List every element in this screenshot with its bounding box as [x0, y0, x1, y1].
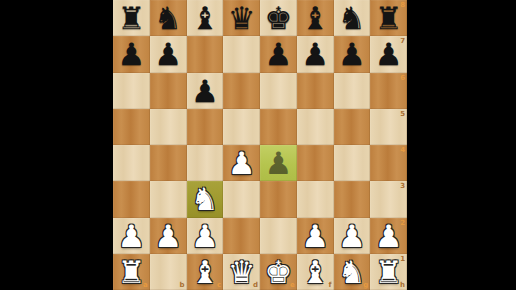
video-frame-background: ♜♞♝♛♚♝♞♜8♟♟♟♟♟♟7♟65♟♟4♞3♟♟♟♟♟♟2♜ab♝c♛d♚e…: [0, 0, 516, 290]
piece-black-pawn[interactable]: ♟: [154, 36, 182, 72]
square-f4[interactable]: [297, 145, 334, 181]
square-f8[interactable]: ♝: [297, 0, 334, 36]
piece-black-pawn[interactable]: ♟: [264, 36, 292, 72]
piece-black-knight[interactable]: ♞: [154, 0, 182, 36]
piece-white-pawn[interactable]: ♟: [338, 218, 366, 254]
piece-white-pawn[interactable]: ♟: [117, 218, 145, 254]
square-a6[interactable]: [113, 73, 150, 109]
square-c3[interactable]: ♞: [187, 181, 224, 217]
piece-black-king[interactable]: ♚: [264, 0, 292, 36]
square-g3[interactable]: [334, 181, 371, 217]
square-g7[interactable]: ♟: [334, 36, 371, 72]
square-g6[interactable]: [334, 73, 371, 109]
square-b4[interactable]: [150, 145, 187, 181]
piece-black-pawn[interactable]: ♟: [264, 145, 292, 181]
square-d8[interactable]: ♛: [223, 0, 260, 36]
square-f5[interactable]: [297, 109, 334, 145]
square-c7[interactable]: [187, 36, 224, 72]
piece-black-pawn[interactable]: ♟: [375, 36, 403, 72]
square-b7[interactable]: ♟: [150, 36, 187, 72]
square-d2[interactable]: [223, 218, 260, 254]
square-h7[interactable]: ♟7: [370, 36, 407, 72]
square-a1[interactable]: ♜a: [113, 254, 150, 290]
square-e6[interactable]: [260, 73, 297, 109]
square-e2[interactable]: [260, 218, 297, 254]
piece-black-knight[interactable]: ♞: [338, 0, 366, 36]
square-e4[interactable]: ♟: [260, 145, 297, 181]
square-h8[interactable]: ♜8: [370, 0, 407, 36]
piece-white-bishop[interactable]: ♝: [191, 254, 219, 290]
square-d6[interactable]: [223, 73, 260, 109]
piece-black-queen[interactable]: ♛: [228, 0, 256, 36]
square-a5[interactable]: [113, 109, 150, 145]
square-f7[interactable]: ♟: [297, 36, 334, 72]
square-a7[interactable]: ♟: [113, 36, 150, 72]
piece-black-pawn[interactable]: ♟: [338, 36, 366, 72]
piece-black-rook[interactable]: ♜: [117, 0, 145, 36]
square-c5[interactable]: [187, 109, 224, 145]
square-b3[interactable]: [150, 181, 187, 217]
square-e7[interactable]: ♟: [260, 36, 297, 72]
piece-white-knight[interactable]: ♞: [338, 254, 366, 290]
piece-white-pawn[interactable]: ♟: [301, 218, 329, 254]
piece-white-pawn[interactable]: ♟: [191, 218, 219, 254]
square-h6[interactable]: 6: [370, 73, 407, 109]
square-g4[interactable]: [334, 145, 371, 181]
piece-black-pawn[interactable]: ♟: [191, 73, 219, 109]
coord-file-b: b: [179, 281, 184, 289]
piece-black-pawn[interactable]: ♟: [117, 36, 145, 72]
square-b6[interactable]: [150, 73, 187, 109]
square-b5[interactable]: [150, 109, 187, 145]
square-d1[interactable]: ♛d: [223, 254, 260, 290]
piece-black-bishop[interactable]: ♝: [191, 0, 219, 36]
square-d7[interactable]: [223, 36, 260, 72]
square-c8[interactable]: ♝: [187, 0, 224, 36]
square-g8[interactable]: ♞: [334, 0, 371, 36]
piece-white-rook[interactable]: ♜: [375, 254, 403, 290]
square-e8[interactable]: ♚: [260, 0, 297, 36]
square-f6[interactable]: [297, 73, 334, 109]
square-h3[interactable]: 3: [370, 181, 407, 217]
square-g1[interactable]: ♞g: [334, 254, 371, 290]
square-e5[interactable]: [260, 109, 297, 145]
square-h2[interactable]: ♟2: [370, 218, 407, 254]
square-a2[interactable]: ♟: [113, 218, 150, 254]
piece-white-king[interactable]: ♚: [264, 254, 292, 290]
square-f1[interactable]: ♝f: [297, 254, 334, 290]
square-g2[interactable]: ♟: [334, 218, 371, 254]
square-c1[interactable]: ♝c: [187, 254, 224, 290]
square-b1[interactable]: b: [150, 254, 187, 290]
coord-rank-5: 5: [400, 110, 405, 118]
square-a4[interactable]: [113, 145, 150, 181]
piece-black-pawn[interactable]: ♟: [301, 36, 329, 72]
square-c6[interactable]: ♟: [187, 73, 224, 109]
piece-black-bishop[interactable]: ♝: [301, 0, 329, 36]
square-h5[interactable]: 5: [370, 109, 407, 145]
square-f3[interactable]: [297, 181, 334, 217]
square-h1[interactable]: ♜1h: [370, 254, 407, 290]
square-e3[interactable]: [260, 181, 297, 217]
square-d3[interactable]: [223, 181, 260, 217]
piece-white-pawn[interactable]: ♟: [375, 218, 403, 254]
square-b2[interactable]: ♟: [150, 218, 187, 254]
coord-rank-6: 6: [400, 74, 405, 82]
square-h4[interactable]: 4: [370, 145, 407, 181]
piece-white-queen[interactable]: ♛: [228, 254, 256, 290]
square-g5[interactable]: [334, 109, 371, 145]
piece-white-pawn[interactable]: ♟: [228, 145, 256, 181]
square-f2[interactable]: ♟: [297, 218, 334, 254]
square-b8[interactable]: ♞: [150, 0, 187, 36]
piece-white-pawn[interactable]: ♟: [154, 218, 182, 254]
chess-board[interactable]: ♜♞♝♛♚♝♞♜8♟♟♟♟♟♟7♟65♟♟4♞3♟♟♟♟♟♟2♜ab♝c♛d♚e…: [113, 0, 407, 290]
piece-black-rook[interactable]: ♜: [375, 0, 403, 36]
square-c2[interactable]: ♟: [187, 218, 224, 254]
piece-white-knight[interactable]: ♞: [191, 181, 219, 217]
square-d4[interactable]: ♟: [223, 145, 260, 181]
square-a8[interactable]: ♜: [113, 0, 150, 36]
square-e1[interactable]: ♚e: [260, 254, 297, 290]
piece-white-rook[interactable]: ♜: [117, 254, 145, 290]
coord-rank-4: 4: [400, 146, 405, 154]
square-d5[interactable]: [223, 109, 260, 145]
square-a3[interactable]: [113, 181, 150, 217]
square-c4[interactable]: [187, 145, 224, 181]
piece-white-bishop[interactable]: ♝: [301, 254, 329, 290]
coord-rank-3: 3: [400, 182, 405, 190]
